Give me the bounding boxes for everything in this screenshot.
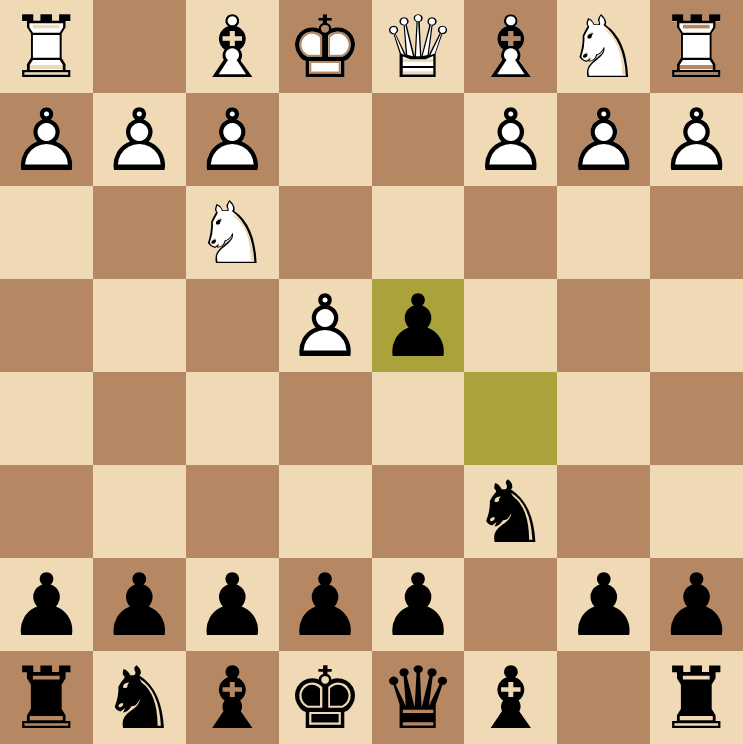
square-e4[interactable]: ♟♙ bbox=[279, 279, 372, 372]
square-c4[interactable] bbox=[464, 279, 557, 372]
square-f4[interactable] bbox=[186, 279, 279, 372]
square-f3[interactable]: ♞♘ bbox=[186, 186, 279, 279]
square-e8[interactable]: ♚ bbox=[279, 651, 372, 744]
black-pawn-icon: ♟ bbox=[372, 279, 465, 372]
white-pawn[interactable]: ♟♙ bbox=[464, 93, 557, 186]
black-pawn[interactable]: ♟ bbox=[279, 558, 372, 651]
black-pawn-icon: ♟ bbox=[372, 558, 465, 651]
square-b1[interactable]: ♞♘ bbox=[557, 0, 650, 93]
square-c2[interactable]: ♟♙ bbox=[464, 93, 557, 186]
square-h2[interactable]: ♟♙ bbox=[0, 93, 93, 186]
square-a7[interactable]: ♟ bbox=[650, 558, 743, 651]
white-pawn-icon-outline: ♙ bbox=[279, 279, 372, 372]
black-bishop[interactable]: ♝ bbox=[464, 651, 557, 744]
square-f5[interactable] bbox=[186, 372, 279, 465]
square-e5[interactable] bbox=[279, 372, 372, 465]
black-pawn[interactable]: ♟ bbox=[186, 558, 279, 651]
square-e3[interactable] bbox=[279, 186, 372, 279]
white-king[interactable]: ♚♔ bbox=[279, 0, 372, 93]
square-a8[interactable]: ♜ bbox=[650, 651, 743, 744]
black-knight[interactable]: ♞ bbox=[93, 651, 186, 744]
black-pawn-icon: ♟ bbox=[186, 558, 279, 651]
square-b4[interactable] bbox=[557, 279, 650, 372]
square-e6[interactable] bbox=[279, 465, 372, 558]
square-a4[interactable] bbox=[650, 279, 743, 372]
black-rook-icon: ♜ bbox=[650, 651, 743, 744]
square-a5[interactable] bbox=[650, 372, 743, 465]
black-pawn[interactable]: ♟ bbox=[372, 558, 465, 651]
square-g5[interactable] bbox=[93, 372, 186, 465]
white-knight[interactable]: ♞♘ bbox=[186, 186, 279, 279]
white-rook-icon-outline: ♖ bbox=[650, 0, 743, 93]
square-h4[interactable] bbox=[0, 279, 93, 372]
square-e7[interactable]: ♟ bbox=[279, 558, 372, 651]
square-g2[interactable]: ♟♙ bbox=[93, 93, 186, 186]
square-h8[interactable]: ♜ bbox=[0, 651, 93, 744]
black-rook-icon: ♜ bbox=[0, 651, 93, 744]
black-rook[interactable]: ♜ bbox=[650, 651, 743, 744]
square-c5[interactable] bbox=[464, 372, 557, 465]
black-rook[interactable]: ♜ bbox=[0, 651, 93, 744]
square-g1[interactable] bbox=[93, 0, 186, 93]
square-d5[interactable] bbox=[372, 372, 465, 465]
black-knight[interactable]: ♞ bbox=[464, 465, 557, 558]
white-pawn-icon-outline: ♙ bbox=[186, 93, 279, 186]
square-h7[interactable]: ♟ bbox=[0, 558, 93, 651]
square-h1[interactable]: ♜♖ bbox=[0, 0, 93, 93]
black-queen-icon: ♛ bbox=[372, 651, 465, 744]
square-c3[interactable] bbox=[464, 186, 557, 279]
black-pawn[interactable]: ♟ bbox=[557, 558, 650, 651]
white-king-icon-outline: ♔ bbox=[279, 0, 372, 93]
white-rook[interactable]: ♜♖ bbox=[0, 0, 93, 93]
square-e1[interactable]: ♚♔ bbox=[279, 0, 372, 93]
black-bishop[interactable]: ♝ bbox=[186, 651, 279, 744]
square-b7[interactable]: ♟ bbox=[557, 558, 650, 651]
white-queen[interactable]: ♛♕ bbox=[372, 0, 465, 93]
square-c6[interactable]: ♞ bbox=[464, 465, 557, 558]
black-pawn[interactable]: ♟ bbox=[650, 558, 743, 651]
square-d8[interactable]: ♛ bbox=[372, 651, 465, 744]
black-pawn[interactable]: ♟ bbox=[93, 558, 186, 651]
white-bishop-icon-outline: ♗ bbox=[464, 0, 557, 93]
square-c1[interactable]: ♝♗ bbox=[464, 0, 557, 93]
square-g3[interactable] bbox=[93, 186, 186, 279]
black-pawn-icon: ♟ bbox=[0, 558, 93, 651]
black-bishop-icon: ♝ bbox=[186, 651, 279, 744]
square-d7[interactable]: ♟ bbox=[372, 558, 465, 651]
white-bishop[interactable]: ♝♗ bbox=[186, 0, 279, 93]
white-rook-icon-outline: ♖ bbox=[0, 0, 93, 93]
white-pawn-icon-outline: ♙ bbox=[650, 93, 743, 186]
white-pawn[interactable]: ♟♙ bbox=[93, 93, 186, 186]
square-h6[interactable] bbox=[0, 465, 93, 558]
square-a2[interactable]: ♟♙ bbox=[650, 93, 743, 186]
white-pawn[interactable]: ♟♙ bbox=[557, 93, 650, 186]
square-g6[interactable] bbox=[93, 465, 186, 558]
square-b6[interactable] bbox=[557, 465, 650, 558]
square-c7[interactable] bbox=[464, 558, 557, 651]
black-pawn[interactable]: ♟ bbox=[372, 279, 465, 372]
square-d1[interactable]: ♛♕ bbox=[372, 0, 465, 93]
white-bishop-icon-outline: ♗ bbox=[186, 0, 279, 93]
black-pawn-icon: ♟ bbox=[650, 558, 743, 651]
white-pawn[interactable]: ♟♙ bbox=[0, 93, 93, 186]
square-f2[interactable]: ♟♙ bbox=[186, 93, 279, 186]
black-king[interactable]: ♚ bbox=[279, 651, 372, 744]
black-pawn-icon: ♟ bbox=[279, 558, 372, 651]
square-f1[interactable]: ♝♗ bbox=[186, 0, 279, 93]
black-queen[interactable]: ♛ bbox=[372, 651, 465, 744]
square-d4[interactable]: ♟ bbox=[372, 279, 465, 372]
square-g7[interactable]: ♟ bbox=[93, 558, 186, 651]
black-pawn-icon: ♟ bbox=[93, 558, 186, 651]
square-a6[interactable] bbox=[650, 465, 743, 558]
square-b5[interactable] bbox=[557, 372, 650, 465]
black-pawn[interactable]: ♟ bbox=[0, 558, 93, 651]
square-d6[interactable] bbox=[372, 465, 465, 558]
square-b8[interactable] bbox=[557, 651, 650, 744]
black-bishop-icon: ♝ bbox=[464, 651, 557, 744]
square-a1[interactable]: ♜♖ bbox=[650, 0, 743, 93]
white-bishop[interactable]: ♝♗ bbox=[464, 0, 557, 93]
white-pawn[interactable]: ♟♙ bbox=[186, 93, 279, 186]
white-rook[interactable]: ♜♖ bbox=[650, 0, 743, 93]
square-f7[interactable]: ♟ bbox=[186, 558, 279, 651]
black-pawn-icon: ♟ bbox=[557, 558, 650, 651]
white-pawn-icon-outline: ♙ bbox=[0, 93, 93, 186]
white-pawn[interactable]: ♟♙ bbox=[279, 279, 372, 372]
white-knight-icon-outline: ♘ bbox=[557, 0, 650, 93]
black-king-icon: ♚ bbox=[279, 651, 372, 744]
square-b3[interactable] bbox=[557, 186, 650, 279]
square-b2[interactable]: ♟♙ bbox=[557, 93, 650, 186]
square-e2[interactable] bbox=[279, 93, 372, 186]
white-pawn-icon-outline: ♙ bbox=[464, 93, 557, 186]
white-pawn-icon-outline: ♙ bbox=[557, 93, 650, 186]
square-h3[interactable] bbox=[0, 186, 93, 279]
white-knight-icon-outline: ♘ bbox=[186, 186, 279, 279]
square-h5[interactable] bbox=[0, 372, 93, 465]
white-knight[interactable]: ♞♘ bbox=[557, 0, 650, 93]
white-queen-icon-outline: ♕ bbox=[372, 0, 465, 93]
square-d2[interactable] bbox=[372, 93, 465, 186]
square-a3[interactable] bbox=[650, 186, 743, 279]
square-d3[interactable] bbox=[372, 186, 465, 279]
square-c8[interactable]: ♝ bbox=[464, 651, 557, 744]
white-pawn[interactable]: ♟♙ bbox=[650, 93, 743, 186]
square-g8[interactable]: ♞ bbox=[93, 651, 186, 744]
black-knight-icon: ♞ bbox=[464, 465, 557, 558]
square-g4[interactable] bbox=[93, 279, 186, 372]
square-f8[interactable]: ♝ bbox=[186, 651, 279, 744]
white-pawn-icon-outline: ♙ bbox=[93, 93, 186, 186]
black-knight-icon: ♞ bbox=[93, 651, 186, 744]
chess-board: ♜♖♝♗♚♔♛♕♝♗♞♘♜♖♟♙♟♙♟♙♟♙♟♙♟♙♞♘♟♙♟♞♟♟♟♟♟♟♟♜… bbox=[0, 0, 743, 744]
square-f6[interactable] bbox=[186, 465, 279, 558]
